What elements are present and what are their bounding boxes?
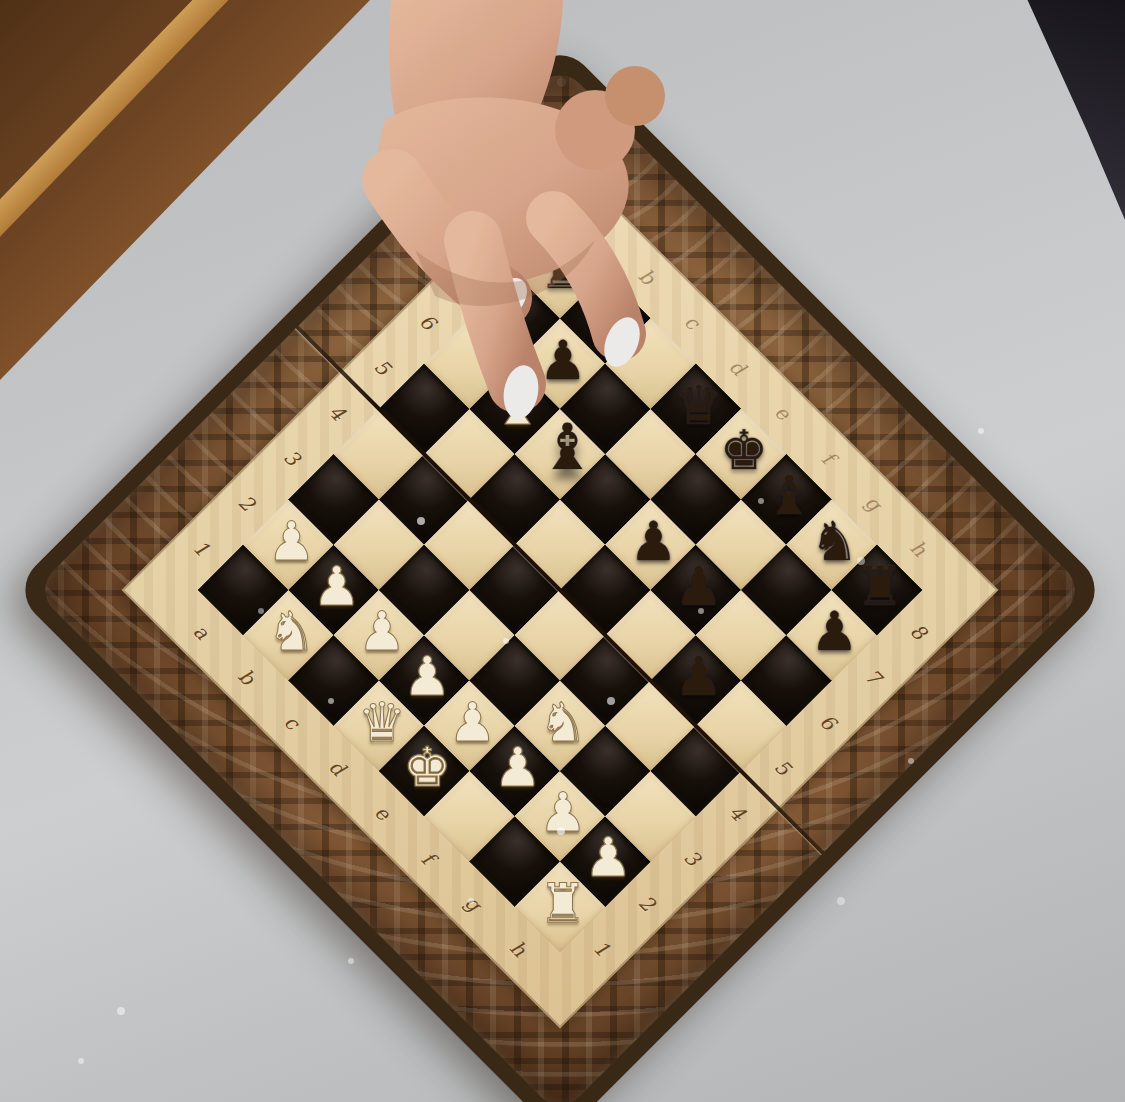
piece-black-pawn-f6[interactable]: ♟ [675, 560, 723, 614]
piece-white-pawn-e2[interactable]: ♟ [448, 696, 496, 750]
piece-black-king-e8[interactable]: ♚ [720, 424, 768, 478]
file-label-b: b [234, 664, 260, 690]
piece-white-knight-b1[interactable]: ♞ [267, 605, 315, 659]
piece-white-pawn-b2[interactable]: ♟ [313, 560, 361, 614]
file-label-f: f [417, 847, 439, 869]
rank-label-2: 2 [634, 890, 660, 916]
file-label-far-h: h [905, 535, 931, 561]
rank-label-8: 8 [906, 619, 932, 645]
file-label-far-e: e [770, 400, 795, 425]
piece-white-queen-d1[interactable]: ♛ [358, 696, 406, 750]
player-clothing-corner [975, 0, 1125, 220]
file-label-h: h [505, 935, 531, 961]
file-label-g: g [460, 890, 486, 916]
file-label-far-d: d [724, 354, 750, 380]
piece-black-rook-h8[interactable]: ♜ [856, 560, 904, 614]
file-label-c: c [280, 710, 305, 735]
piece-white-pawn-d2[interactable]: ♟ [403, 650, 451, 704]
rank-label-4: 4 [724, 800, 750, 826]
piece-black-pawn-e6[interactable]: ♟ [629, 515, 677, 569]
rank-label-2: 2 [234, 490, 260, 516]
glossy-highlights [0, 0, 2, 2]
rank-label-1: 1 [189, 535, 215, 561]
piece-white-king-e1[interactable]: ♚ [403, 741, 451, 795]
piece-white-pawn-g2[interactable]: ♟ [539, 786, 587, 840]
file-label-far-f: f [817, 447, 839, 469]
rank-label-7: 7 [860, 664, 886, 690]
rank-label-6: 6 [815, 709, 841, 735]
piece-white-pawn-h2[interactable]: ♟ [584, 831, 632, 885]
piece-white-pawn-a2[interactable]: ♟ [267, 515, 315, 569]
piece-white-pawn-f2[interactable]: ♟ [494, 741, 542, 795]
piece-black-pawn-h7[interactable]: ♟ [810, 605, 858, 659]
piece-black-pawn-g5[interactable]: ♟ [675, 650, 723, 704]
piece-black-knight-g8[interactable]: ♞ [810, 515, 858, 569]
rank-label-1: 1 [589, 936, 615, 962]
hand [295, 0, 725, 480]
rank-label-3: 3 [679, 845, 705, 871]
file-label-e: e [370, 800, 395, 825]
piece-white-knight-f3[interactable]: ♞ [539, 696, 587, 750]
piece-white-rook-h1[interactable]: ♜ [539, 877, 587, 931]
file-label-a: a [189, 619, 214, 644]
piece-black-bishop-f8[interactable]: ♝ [765, 469, 813, 523]
folded-finger [605, 66, 665, 126]
file-label-d: d [324, 754, 350, 780]
file-label-far-g: g [860, 490, 886, 516]
piece-white-pawn-c2[interactable]: ♟ [358, 605, 406, 659]
rank-label-5: 5 [770, 754, 796, 780]
